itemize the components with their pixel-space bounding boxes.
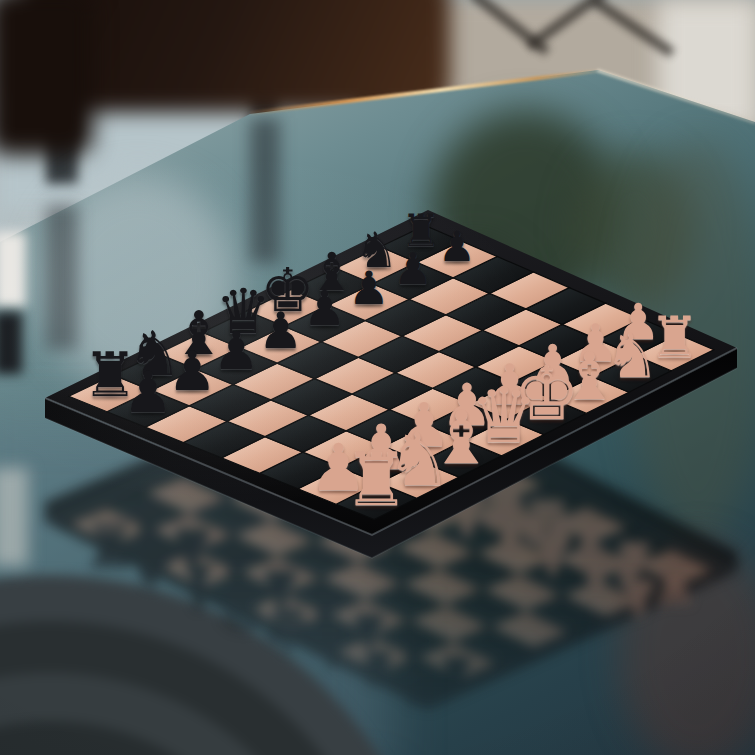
piece-black-pawn-a7: ♟ [123,366,174,420]
piece-black-pawn-e7: ♟ [303,287,346,333]
piece-black-pawn-d7: ♟ [258,307,303,355]
piece-black-pawn-h7: ♟ [438,228,475,268]
piece-black-pawn-b7: ♟ [168,346,217,398]
pieces-layer: ♜♟♞♟♝♟♚♟♛♟♟♝♜♟♟♞♞♟♟♜♝♟♟♚♟♛♟♝♟♞♟♜ [0,0,755,755]
piece-white-rook-a1: ♜ [343,445,409,515]
photo-scene: ♜♟♞♟♝♟♚♟♛♟♟♝♜♟♟♞♞♟♟♜♝♟♟♚♟♛♟♝♟♞♟♜ ♜♟♞♟♝♟♚… [0,0,755,755]
piece-black-pawn-c7: ♟ [213,326,260,376]
chess-board: ♜♟♞♟♝♟♚♟♛♟♟♝♜♟♟♞♞♟♟♜♝♟♟♚♟♛♟♝♟♞♟♜ [0,0,755,755]
piece-black-pawn-g7: ♟ [393,247,432,289]
piece-black-pawn-f7: ♟ [348,267,389,311]
